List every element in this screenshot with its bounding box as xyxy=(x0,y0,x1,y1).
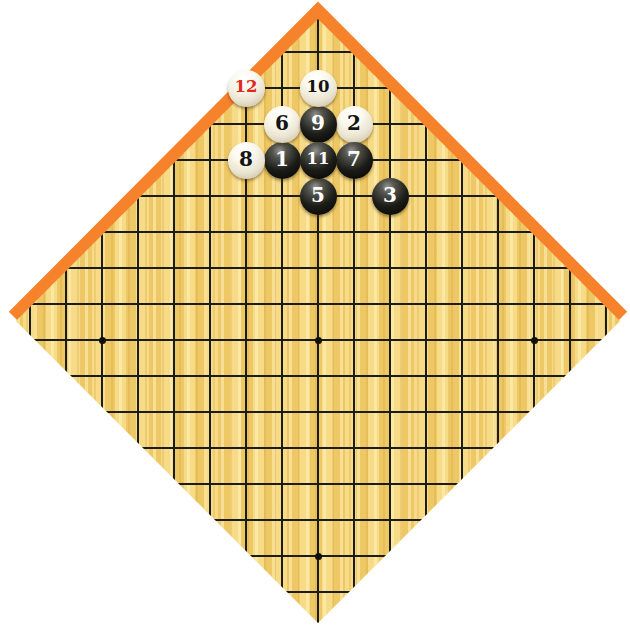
stone-number-label: 8 xyxy=(239,149,253,169)
star-point xyxy=(315,337,322,344)
stone-number-label: 12 xyxy=(235,79,258,96)
stone-number-label: 1 xyxy=(275,149,289,169)
grid-line-horizontal xyxy=(0,375,630,377)
stone-12-white[interactable]: 12 xyxy=(228,70,265,107)
stone-number-label: 5 xyxy=(311,185,325,205)
grid-line-vertical xyxy=(353,0,355,630)
stone-number-label: 10 xyxy=(307,79,330,96)
star-point xyxy=(315,553,322,560)
grid-line-vertical xyxy=(281,0,283,630)
stone-number-label: 2 xyxy=(347,113,361,133)
stone-3-black[interactable]: 3 xyxy=(372,178,409,215)
stone-number-label: 7 xyxy=(347,149,361,169)
grid-line-horizontal xyxy=(0,303,630,305)
star-point xyxy=(531,337,538,344)
stone-2-white[interactable]: 2 xyxy=(336,106,373,143)
stone-number-label: 9 xyxy=(311,113,325,133)
stone-9-black[interactable]: 9 xyxy=(300,106,337,143)
grid-line-horizontal xyxy=(0,267,630,269)
stone-8-white[interactable]: 8 xyxy=(228,142,265,179)
stone-5-black[interactable]: 5 xyxy=(300,178,337,215)
stone-number-label: 11 xyxy=(307,151,330,168)
grid-line-vertical xyxy=(389,0,391,630)
stone-number-label: 3 xyxy=(383,185,397,205)
stone-number-label: 6 xyxy=(275,113,289,133)
stone-6-white[interactable]: 6 xyxy=(264,106,301,143)
go-board-canvas[interactable]: 12356789101112 xyxy=(0,0,630,630)
stone-7-black[interactable]: 7 xyxy=(336,142,373,179)
stone-1-black[interactable]: 1 xyxy=(264,142,301,179)
star-point xyxy=(99,337,106,344)
stone-11-black[interactable]: 11 xyxy=(300,142,337,179)
stone-10-white[interactable]: 10 xyxy=(300,70,337,107)
